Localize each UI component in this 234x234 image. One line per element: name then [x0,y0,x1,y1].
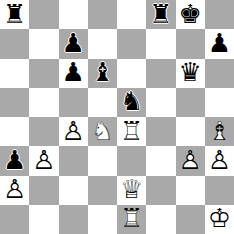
white-knight-outline-layer: ♘ [88,117,117,146]
square-e5[interactable]: ♞ [117,88,146,117]
black-bishop-glyph: ♝ [88,59,117,88]
white-pawn-outline-layer: ♙ [29,146,58,175]
black-king: ♚ [176,0,205,29]
white-queen-outline-layer: ♕ [117,176,146,205]
square-h4[interactable]: ♝♗ [205,117,234,146]
black-knight-glyph: ♞ [117,88,146,117]
white-pawn-outline-layer: ♙ [176,146,205,175]
square-b8[interactable] [29,0,58,29]
square-b4[interactable] [29,117,58,146]
white-pawn: ♟♙ [176,146,205,175]
black-rook-glyph: ♜ [0,0,29,29]
square-d7[interactable] [88,29,117,58]
square-g6[interactable]: ♛ [176,59,205,88]
square-a6[interactable] [0,59,29,88]
black-queen: ♛ [176,59,205,88]
white-pawn: ♟♙ [0,176,29,205]
white-knight: ♞♘ [88,117,117,146]
square-h5[interactable] [205,88,234,117]
white-pawn-outline-layer: ♙ [205,146,234,175]
square-e7[interactable] [117,29,146,58]
square-f2[interactable] [146,176,175,205]
square-b6[interactable] [29,59,58,88]
square-d4[interactable]: ♞♘ [88,117,117,146]
white-bishop: ♝♗ [205,117,234,146]
square-e6[interactable] [117,59,146,88]
square-a7[interactable] [0,29,29,58]
square-e2[interactable]: ♛♕ [117,176,146,205]
square-b3[interactable]: ♟♙ [29,146,58,175]
square-d5[interactable] [88,88,117,117]
white-pawn: ♟♙ [29,146,58,175]
black-pawn-glyph: ♟ [205,29,234,58]
black-pawn: ♟ [0,146,29,175]
black-king-glyph: ♚ [176,0,205,29]
black-rook-glyph: ♜ [146,0,175,29]
square-g4[interactable] [176,117,205,146]
square-f1[interactable] [146,205,175,234]
square-f5[interactable] [146,88,175,117]
white-bishop-outline-layer: ♗ [205,117,234,146]
square-e8[interactable] [117,0,146,29]
white-rook: ♜♖ [117,205,146,234]
square-c5[interactable] [59,88,88,117]
square-d8[interactable] [88,0,117,29]
square-b1[interactable] [29,205,58,234]
square-g7[interactable] [176,29,205,58]
white-pawn: ♟♙ [59,117,88,146]
square-a5[interactable] [0,88,29,117]
black-knight: ♞ [117,88,146,117]
black-rook: ♜ [0,0,29,29]
square-e3[interactable] [117,146,146,175]
square-d6[interactable]: ♝ [88,59,117,88]
square-g5[interactable] [176,88,205,117]
square-c2[interactable] [59,176,88,205]
square-d2[interactable] [88,176,117,205]
square-h1[interactable]: ♚♔ [205,205,234,234]
square-b5[interactable] [29,88,58,117]
white-king-outline-layer: ♔ [205,205,234,234]
square-a8[interactable]: ♜ [0,0,29,29]
square-f8[interactable]: ♜ [146,0,175,29]
square-c3[interactable] [59,146,88,175]
black-pawn-glyph: ♟ [59,29,88,58]
square-h6[interactable] [205,59,234,88]
black-pawn: ♟ [205,29,234,58]
square-a4[interactable] [0,117,29,146]
square-b7[interactable] [29,29,58,58]
square-d1[interactable] [88,205,117,234]
square-a3[interactable]: ♟ [0,146,29,175]
black-pawn: ♟ [59,29,88,58]
square-g2[interactable] [176,176,205,205]
chess-board: ♜♜♚♟♟♟♝♛♞♟♙♞♘♜♖♝♗♟♟♙♟♙♟♙♟♙♛♕♜♖♚♔ [0,0,234,234]
square-a1[interactable] [0,205,29,234]
black-rook: ♜ [146,0,175,29]
square-b2[interactable] [29,176,58,205]
white-king: ♚♔ [205,205,234,234]
white-rook-outline-layer: ♖ [117,205,146,234]
square-c6[interactable]: ♟ [59,59,88,88]
black-queen-glyph: ♛ [176,59,205,88]
square-d3[interactable] [88,146,117,175]
white-pawn-outline-layer: ♙ [59,117,88,146]
white-pawn-outline-layer: ♙ [0,176,29,205]
square-e4[interactable]: ♜♖ [117,117,146,146]
black-pawn-glyph: ♟ [0,146,29,175]
square-c7[interactable]: ♟ [59,29,88,58]
black-bishop: ♝ [88,59,117,88]
white-queen: ♛♕ [117,176,146,205]
black-pawn-glyph: ♟ [59,59,88,88]
square-f3[interactable] [146,146,175,175]
square-c1[interactable] [59,205,88,234]
square-e1[interactable]: ♜♖ [117,205,146,234]
square-f6[interactable] [146,59,175,88]
white-rook-outline-layer: ♖ [117,117,146,146]
square-c8[interactable] [59,0,88,29]
square-h7[interactable]: ♟ [205,29,234,58]
square-f4[interactable] [146,117,175,146]
square-h8[interactable] [205,0,234,29]
square-g8[interactable]: ♚ [176,0,205,29]
square-h3[interactable]: ♟♙ [205,146,234,175]
square-f7[interactable] [146,29,175,58]
square-c4[interactable]: ♟♙ [59,117,88,146]
white-rook: ♜♖ [117,117,146,146]
square-h2[interactable] [205,176,234,205]
square-a2[interactable]: ♟♙ [0,176,29,205]
square-g1[interactable] [176,205,205,234]
white-pawn: ♟♙ [205,146,234,175]
black-pawn: ♟ [59,59,88,88]
square-g3[interactable]: ♟♙ [176,146,205,175]
